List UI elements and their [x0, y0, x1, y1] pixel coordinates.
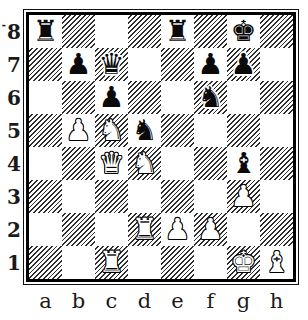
square-d8[interactable] — [128, 15, 161, 48]
square-e4[interactable] — [161, 147, 194, 180]
black-rook-a8: ♜ — [33, 15, 59, 48]
square-a3[interactable] — [29, 180, 62, 213]
square-c1[interactable]: ♜ — [95, 246, 128, 279]
square-f5[interactable] — [194, 114, 227, 147]
square-g3[interactable]: ♟ — [227, 180, 260, 213]
black-bishop-g4: ♝ — [231, 147, 257, 180]
square-g7[interactable]: ♟ — [227, 48, 260, 81]
square-g2[interactable] — [227, 213, 260, 246]
square-e3[interactable] — [161, 180, 194, 213]
square-f3[interactable] — [194, 180, 227, 213]
rank-label-1: 1 — [0, 247, 24, 280]
rank-label-4: 4 — [0, 148, 24, 181]
square-c3[interactable] — [95, 180, 128, 213]
square-f1[interactable] — [194, 246, 227, 279]
rank-label-6: 6 — [0, 82, 24, 115]
white-rook-d2: ♜ — [132, 213, 158, 246]
square-f7[interactable]: ♟ — [194, 48, 227, 81]
square-e2[interactable]: ♟ — [161, 213, 194, 246]
square-a8[interactable]: ♜ — [29, 15, 62, 48]
square-c8[interactable] — [95, 15, 128, 48]
square-h6[interactable] — [260, 81, 293, 114]
file-label-c: c — [95, 287, 128, 315]
black-rook-e8: ♜ — [165, 15, 191, 48]
square-d5[interactable]: ♞ — [128, 114, 161, 147]
square-h5[interactable] — [260, 114, 293, 147]
square-g4[interactable]: ♝ — [227, 147, 260, 180]
square-h4[interactable] — [260, 147, 293, 180]
square-c4[interactable]: ♛ — [95, 147, 128, 180]
file-label-h: h — [260, 287, 293, 315]
square-g8[interactable]: ♚ — [227, 15, 260, 48]
file-labels: abcdefgh — [29, 287, 293, 315]
black-knight-f6: ♞ — [198, 81, 224, 114]
square-d2[interactable]: ♜ — [128, 213, 161, 246]
white-bishop-h1: ♝ — [264, 246, 290, 279]
square-c7[interactable]: ♛ — [95, 48, 128, 81]
black-knight-d5: ♞ — [132, 114, 158, 147]
file-label-a: a — [29, 287, 62, 315]
square-d3[interactable] — [128, 180, 161, 213]
square-d7[interactable] — [128, 48, 161, 81]
rank-labels: -87654321 — [0, 16, 24, 280]
black-pawn-c6: ♟ — [99, 81, 125, 114]
square-b2[interactable] — [62, 213, 95, 246]
square-h7[interactable] — [260, 48, 293, 81]
rank-label-3: 3 — [0, 181, 24, 214]
rank-label-8: -8 — [0, 16, 24, 49]
file-label-f: f — [194, 287, 227, 315]
square-e6[interactable] — [161, 81, 194, 114]
white-pawn-f2: ♟ — [198, 213, 224, 246]
white-queen-c4: ♛ — [99, 147, 125, 180]
square-f2[interactable]: ♟ — [194, 213, 227, 246]
white-knight-c5: ♞ — [99, 114, 125, 147]
white-knight-d4: ♞ — [132, 147, 158, 180]
square-h3[interactable] — [260, 180, 293, 213]
square-c2[interactable] — [95, 213, 128, 246]
square-a1[interactable] — [29, 246, 62, 279]
rank-label-7: 7 — [0, 49, 24, 82]
square-a5[interactable] — [29, 114, 62, 147]
square-f8[interactable] — [194, 15, 227, 48]
square-b3[interactable] — [62, 180, 95, 213]
square-b5[interactable]: ♟ — [62, 114, 95, 147]
white-pawn-b5: ♟ — [66, 114, 92, 147]
square-b8[interactable] — [62, 15, 95, 48]
square-e1[interactable] — [161, 246, 194, 279]
square-a2[interactable] — [29, 213, 62, 246]
square-g5[interactable] — [227, 114, 260, 147]
white-king-g1: ♚ — [231, 246, 257, 279]
square-d1[interactable] — [128, 246, 161, 279]
square-e7[interactable] — [161, 48, 194, 81]
rank-label-5: 5 — [0, 115, 24, 148]
white-pawn-g3: ♟ — [231, 180, 257, 213]
square-b4[interactable] — [62, 147, 95, 180]
scan-artifact-tick: - — [2, 9, 7, 42]
square-c6[interactable]: ♟ — [95, 81, 128, 114]
black-pawn-f7: ♟ — [198, 48, 224, 81]
rank-label-2: 2 — [0, 214, 24, 247]
square-e8[interactable]: ♜ — [161, 15, 194, 48]
file-label-g: g — [227, 287, 260, 315]
square-e5[interactable] — [161, 114, 194, 147]
black-pawn-g7: ♟ — [231, 48, 257, 81]
square-h2[interactable] — [260, 213, 293, 246]
square-a4[interactable] — [29, 147, 62, 180]
square-d4[interactable]: ♞ — [128, 147, 161, 180]
square-b6[interactable] — [62, 81, 95, 114]
chess-diagram: -87654321 ♜♜♚♟♛♟♟♟♞♟♞♞♛♞♝♟♜♟♟♜♚♝ abcdefg… — [0, 0, 308, 320]
file-label-e: e — [161, 287, 194, 315]
square-c5[interactable]: ♞ — [95, 114, 128, 147]
square-f4[interactable] — [194, 147, 227, 180]
black-pawn-b7: ♟ — [66, 48, 92, 81]
square-g1[interactable]: ♚ — [227, 246, 260, 279]
white-pawn-e2: ♟ — [165, 213, 191, 246]
file-label-d: d — [128, 287, 161, 315]
square-h8[interactable] — [260, 15, 293, 48]
square-b7[interactable]: ♟ — [62, 48, 95, 81]
square-a6[interactable] — [29, 81, 62, 114]
square-a7[interactable] — [29, 48, 62, 81]
white-rook-c1: ♜ — [99, 246, 125, 279]
square-d6[interactable] — [128, 81, 161, 114]
chess-board: ♜♜♚♟♛♟♟♟♞♟♞♞♛♞♝♟♜♟♟♜♚♝ — [26, 12, 296, 282]
file-label-b: b — [62, 287, 95, 315]
square-b1[interactable] — [62, 246, 95, 279]
black-queen-c7: ♛ — [99, 48, 125, 81]
square-g6[interactable] — [227, 81, 260, 114]
square-h1[interactable]: ♝ — [260, 246, 293, 279]
black-king-g8: ♚ — [231, 15, 257, 48]
square-f6[interactable]: ♞ — [194, 81, 227, 114]
